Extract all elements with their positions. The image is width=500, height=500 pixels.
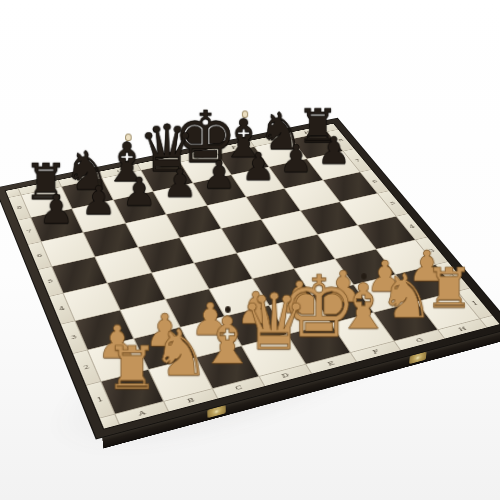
white-bishop-tip xyxy=(360,273,365,279)
white-bishop-tip xyxy=(225,306,231,313)
chess-set-photo: ABCDEFGH8877665544332211ABCDEFGH ♜♞♝♛♚♝♞… xyxy=(0,0,500,500)
piece-white-rook[interactable]: ♜ xyxy=(98,329,167,398)
black-bishop-tip xyxy=(125,134,132,141)
brass-clasp-right xyxy=(409,352,427,365)
brass-clasp-left xyxy=(207,405,226,418)
black-bishop-tip xyxy=(241,111,247,118)
